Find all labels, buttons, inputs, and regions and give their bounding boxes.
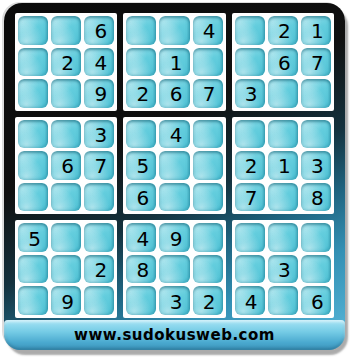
cell-r7c6[interactable] [193,223,223,252]
cell-r6c5[interactable] [159,183,189,212]
given-digit: 7 [242,186,258,208]
given-digit: 2 [91,258,107,280]
cell-r7c1[interactable]: 5 [18,223,48,252]
cell-r8c7[interactable] [235,255,265,284]
cell-r9c6[interactable]: 2 [193,286,223,315]
cell-r5c7[interactable]: 2 [235,151,265,180]
cell-r8c5[interactable] [159,255,189,284]
given-digit: 4 [134,227,150,249]
cell-r7c3[interactable] [84,223,114,252]
given-digit: 4 [167,123,183,145]
cell-r2c5[interactable]: 1 [159,48,189,77]
cell-r7c5[interactable]: 9 [159,223,189,252]
cell-r8c1[interactable] [18,255,48,284]
cell-r1c1[interactable] [18,16,48,45]
given-digit: 2 [134,82,150,104]
cell-r8c6[interactable] [193,255,223,284]
given-digit: 3 [242,82,258,104]
given-digit: 1 [308,19,324,41]
cell-r1c5[interactable] [159,16,189,45]
given-digit: 2 [200,290,216,312]
cell-r1c4[interactable] [126,16,156,45]
cell-r3c9[interactable] [301,79,331,108]
cell-r3c4[interactable]: 2 [126,79,156,108]
cell-r9c5[interactable]: 3 [159,286,189,315]
cell-r1c6[interactable]: 4 [193,16,223,45]
cell-r6c7[interactable]: 7 [235,183,265,212]
cell-r2c6[interactable] [193,48,223,77]
cell-r1c7[interactable] [235,16,265,45]
cell-r9c1[interactable] [18,286,48,315]
cell-r6c2[interactable] [51,183,81,212]
cell-r6c3[interactable] [84,183,114,212]
given-digit: 3 [91,123,107,145]
cell-r2c2[interactable]: 2 [51,48,81,77]
given-digit: 5 [25,227,41,249]
cell-r7c8[interactable] [268,223,298,252]
cell-r5c5[interactable] [159,151,189,180]
cell-r3c8[interactable] [268,79,298,108]
cell-r5c8[interactable]: 1 [268,151,298,180]
cell-r7c4[interactable]: 4 [126,223,156,252]
cell-r4c9[interactable] [301,120,331,149]
box-1: 6249 [15,13,117,111]
cell-r9c7[interactable]: 4 [235,286,265,315]
given-digit: 6 [275,51,291,73]
cell-r9c2[interactable]: 9 [51,286,81,315]
cell-r4c3[interactable]: 3 [84,120,114,149]
given-digit: 8 [308,186,324,208]
cell-r1c9[interactable]: 1 [301,16,331,45]
given-digit: 7 [200,82,216,104]
given-digit: 3 [167,290,183,312]
cell-r9c4[interactable] [126,286,156,315]
cell-r8c8[interactable]: 3 [268,255,298,284]
given-digit: 4 [200,19,216,41]
cell-r5c3[interactable]: 7 [84,151,114,180]
cell-r2c4[interactable] [126,48,156,77]
given-digit: 2 [242,154,258,176]
given-digit: 9 [91,82,107,104]
cell-r3c6[interactable]: 7 [193,79,223,108]
cell-r5c1[interactable] [18,151,48,180]
given-digit: 6 [91,19,107,41]
box-6: 21378 [232,117,334,215]
cell-r4c4[interactable] [126,120,156,149]
footer-bar: www.sudokusweb.com [4,320,345,350]
cell-r4c8[interactable] [268,120,298,149]
cell-r8c9[interactable] [301,255,331,284]
cell-r3c1[interactable] [18,79,48,108]
cell-r5c2[interactable]: 6 [51,151,81,180]
cell-r4c5[interactable]: 4 [159,120,189,149]
given-digit: 6 [58,154,74,176]
box-8: 49832 [123,220,225,318]
given-digit: 2 [275,19,291,41]
given-digit: 5 [134,154,150,176]
cell-r2c9[interactable]: 7 [301,48,331,77]
given-digit: 6 [308,290,324,312]
box-5: 456 [123,117,225,215]
cell-r8c4[interactable]: 8 [126,255,156,284]
given-digit: 1 [167,51,183,73]
website-url: www.sudokusweb.com [74,326,275,344]
given-digit: 4 [242,290,258,312]
cell-r1c8[interactable]: 2 [268,16,298,45]
cell-r2c1[interactable] [18,48,48,77]
cell-r2c3[interactable]: 4 [84,48,114,77]
cell-r6c9[interactable]: 8 [301,183,331,212]
cell-r1c2[interactable] [51,16,81,45]
given-digit: 6 [134,186,150,208]
cell-r3c5[interactable]: 6 [159,79,189,108]
cell-r2c8[interactable]: 6 [268,48,298,77]
given-digit: 2 [58,51,74,73]
cell-r9c8[interactable] [268,286,298,315]
cell-r9c3[interactable] [84,286,114,315]
cell-r6c1[interactable] [18,183,48,212]
cell-r3c2[interactable] [51,79,81,108]
given-digit: 3 [275,258,291,280]
given-digit: 7 [308,51,324,73]
cell-r6c4[interactable]: 6 [126,183,156,212]
given-digit: 6 [167,82,183,104]
cell-r7c9[interactable] [301,223,331,252]
cell-r8c3[interactable]: 2 [84,255,114,284]
cell-r1c3[interactable]: 6 [84,16,114,45]
cell-r7c2[interactable] [51,223,81,252]
box-2: 41267 [123,13,225,111]
sudoku-board-frame: 624941267216733674562137852949832346 www… [4,3,345,350]
sudoku-board: 624941267216733674562137852949832346 [15,13,334,318]
cell-r4c7[interactable] [235,120,265,149]
cell-r3c3[interactable]: 9 [84,79,114,108]
cell-r6c8[interactable] [268,183,298,212]
cell-r4c1[interactable] [18,120,48,149]
cell-r5c4[interactable]: 5 [126,151,156,180]
cell-r5c6[interactable] [193,151,223,180]
cell-r9c9[interactable]: 6 [301,286,331,315]
given-digit: 9 [167,227,183,249]
box-4: 367 [15,117,117,215]
cell-r7c7[interactable] [235,223,265,252]
given-digit: 4 [91,51,107,73]
sudoku-screenshot: 624941267216733674562137852949832346 www… [0,0,350,360]
box-9: 346 [232,220,334,318]
cell-r2c7[interactable] [235,48,265,77]
cell-r5c9[interactable]: 3 [301,151,331,180]
box-7: 529 [15,220,117,318]
given-digit: 3 [308,154,324,176]
cell-r4c6[interactable] [193,120,223,149]
cell-r8c2[interactable] [51,255,81,284]
cell-r4c2[interactable] [51,120,81,149]
box-3: 21673 [232,13,334,111]
cell-r3c7[interactable]: 3 [235,79,265,108]
cell-r6c6[interactable] [193,183,223,212]
given-digit: 1 [275,154,291,176]
given-digit: 8 [134,258,150,280]
given-digit: 9 [58,290,74,312]
given-digit: 7 [91,154,107,176]
